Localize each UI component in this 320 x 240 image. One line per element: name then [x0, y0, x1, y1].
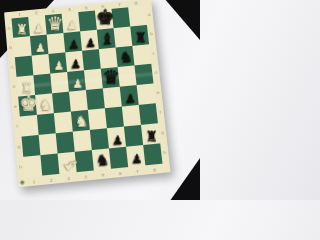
white-pawn-a4: ♟	[66, 20, 77, 32]
square-g4	[73, 130, 92, 152]
square-a1: ♜	[12, 17, 30, 38]
coord-label-bottom-7: 7	[128, 167, 146, 176]
square-h3: ♝	[58, 152, 77, 174]
square-f2	[37, 113, 56, 135]
square-f4: ♞	[71, 110, 90, 132]
square-b5: ♟	[80, 30, 99, 51]
square-d6: ♛	[101, 67, 120, 88]
square-f5	[88, 108, 107, 130]
coord-label-bottom-2: 2	[42, 176, 60, 185]
square-c4: ♟	[65, 51, 84, 72]
square-a6: ♚	[95, 9, 114, 30]
photo-scene: 12345678 12345678 abcdefgh abcdefgh ♜♟♛♟…	[0, 0, 200, 200]
coord-label-bottom-5: 5	[94, 171, 112, 180]
square-c8	[132, 44, 151, 65]
black-queen-d6: ♛	[102, 68, 119, 87]
square-b6: ♝	[97, 28, 116, 49]
square-b4: ♟	[63, 31, 82, 52]
white-pawn-c3: ♟	[53, 60, 64, 72]
coord-label-bottom-1: 1	[25, 178, 43, 187]
white-pawn-a2: ♟	[33, 23, 44, 35]
square-g8: ♜	[141, 123, 160, 145]
coord-label-bottom-8: 8	[146, 166, 164, 175]
square-b1	[13, 36, 31, 57]
black-pawn-h7: ♟	[131, 153, 142, 165]
coord-label-bottom-4: 4	[77, 172, 95, 181]
square-h2	[40, 153, 59, 175]
square-c1	[15, 56, 34, 77]
square-a5	[78, 11, 97, 32]
square-f6	[105, 107, 124, 129]
white-pawn-d4: ♟	[72, 78, 83, 90]
white-bishop-h3: ♝	[60, 155, 82, 176]
square-g2	[39, 133, 58, 155]
black-pawn-b4: ♟	[68, 39, 79, 51]
square-f3	[54, 112, 73, 134]
square-e1: ♚	[18, 95, 37, 117]
board-grid: ♜♟♛♟♚♟♟♟♝♜♟♟♞♜♟♛♚♞♟♞♟♜♝♞♟	[12, 6, 163, 178]
black-bishop-b6: ♝	[100, 32, 114, 48]
square-e8	[137, 83, 156, 104]
white-king-e1: ♚	[19, 94, 38, 115]
square-f1	[20, 115, 39, 137]
square-b8: ♜	[130, 25, 149, 46]
square-e6	[103, 87, 122, 109]
square-b2: ♟	[30, 35, 49, 56]
board-wrapper: 12345678 12345678 abcdefgh abcdefgh ♜♟♛♟…	[4, 0, 171, 187]
square-e3	[52, 92, 71, 114]
square-g7	[124, 125, 143, 147]
black-rook-g8: ♜	[145, 129, 158, 143]
black-pawn-g6: ♟	[112, 134, 123, 146]
square-c7: ♞	[116, 46, 135, 67]
square-e5	[86, 88, 105, 110]
square-h5: ♞	[92, 148, 111, 170]
square-g6: ♟	[107, 127, 126, 149]
black-king-a6: ♚	[96, 8, 115, 28]
square-h7: ♟	[126, 145, 145, 167]
square-a8	[128, 6, 147, 27]
white-knight-e2: ♞	[38, 98, 52, 113]
white-queen-a3: ♛	[46, 14, 63, 32]
black-pawn-e7: ♟	[125, 93, 136, 105]
chess-board: 12345678 12345678 abcdefgh abcdefgh ♜♟♛♟…	[4, 0, 171, 187]
square-f7	[122, 105, 141, 127]
square-c3: ♟	[48, 52, 67, 73]
square-g5	[90, 128, 109, 150]
square-h1	[23, 155, 42, 177]
square-e7: ♟	[120, 85, 139, 106]
square-c2	[32, 54, 51, 75]
board-emblem-icon: ❖	[18, 177, 27, 187]
square-a4: ♟	[62, 12, 81, 33]
square-a2: ♟	[28, 15, 46, 36]
black-pawn-c4: ♟	[70, 58, 81, 70]
square-b7	[114, 27, 133, 48]
black-knight-h5: ♞	[95, 153, 109, 168]
square-e4	[69, 90, 88, 112]
black-rook-b8: ♜	[134, 30, 147, 44]
square-a3: ♛	[45, 14, 64, 35]
square-f8	[139, 103, 158, 125]
square-c5	[82, 49, 101, 70]
square-b3	[47, 33, 66, 54]
white-knight-f4: ♞	[74, 115, 88, 130]
white-pawn-b2: ♟	[34, 42, 45, 54]
square-h8	[143, 143, 162, 165]
square-g3	[56, 132, 75, 154]
square-g1	[22, 135, 41, 157]
square-h6	[109, 147, 128, 169]
dark-backdrop-top-right	[156, 0, 200, 40]
white-rook-a1: ♜	[15, 22, 28, 36]
dark-backdrop-bottom-right	[168, 158, 200, 200]
coord-label-bottom-6: 6	[111, 169, 129, 178]
black-pawn-b5: ♟	[85, 37, 96, 49]
black-knight-c7: ♞	[119, 51, 132, 66]
